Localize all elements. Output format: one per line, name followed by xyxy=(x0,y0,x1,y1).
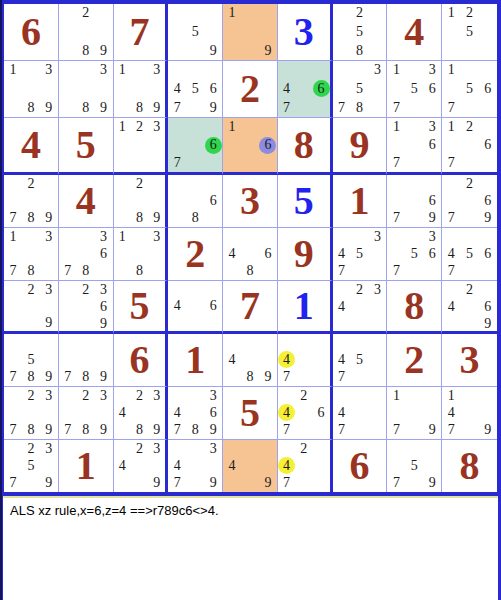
candidate-digit: 9 xyxy=(205,99,222,116)
candidate-digit: 2 xyxy=(351,5,368,22)
candidate-8: 8 xyxy=(22,422,40,439)
candidate-grid: 346789 xyxy=(168,387,222,439)
cell-r3c5[interactable]: 16 xyxy=(223,118,278,175)
given-digit: 4 xyxy=(387,4,441,60)
candidate-3: 3 xyxy=(204,440,222,457)
candidate-8: 8 xyxy=(241,369,259,386)
candidate-digit: 1 xyxy=(114,62,131,79)
candidate-digit: 7 xyxy=(4,475,21,492)
candidate-9: 9 xyxy=(95,98,113,117)
candidate-digit: 9 xyxy=(479,422,496,439)
candidate-digit: 7 xyxy=(59,369,76,386)
candidate-2: 2 xyxy=(22,175,40,192)
candidate-7: 7 xyxy=(333,422,351,439)
cell-r1c1[interactable]: 6 xyxy=(4,4,59,61)
given-digit: 2 xyxy=(387,334,441,386)
candidate-8: 8 xyxy=(351,98,369,117)
candidate-6: 6 xyxy=(95,298,113,315)
candidate-1: 1 xyxy=(4,61,22,80)
candidate-digit: 8 xyxy=(22,99,39,116)
candidate-8: 8 xyxy=(186,210,204,227)
candidate-digit: 7 xyxy=(278,422,295,439)
cell-r6c5[interactable]: 7 xyxy=(223,281,278,334)
cell-r4c4[interactable]: 68 xyxy=(168,175,223,228)
candidate-3: 3 xyxy=(40,440,58,457)
candidate-digit: 9 xyxy=(479,315,496,332)
candidate-digit: 7 xyxy=(4,210,21,227)
candidate-digit: 6 xyxy=(479,245,496,262)
candidate-9: 9 xyxy=(204,422,222,439)
cell-r6c9[interactable]: 2469 xyxy=(442,281,497,334)
candidate-8: 8 xyxy=(22,369,40,386)
candidate-8: 8 xyxy=(77,98,95,117)
cell-r5c1[interactable]: 1378 xyxy=(4,228,59,281)
candidate-digit: 6 xyxy=(95,298,112,315)
candidate-digit: 2 xyxy=(351,281,368,298)
cell-r5c6[interactable]: 9 xyxy=(278,228,333,281)
entered-digit: 1 xyxy=(278,281,330,331)
given-digit: 2 xyxy=(168,228,222,280)
candidate-grid: 3678 xyxy=(59,228,113,280)
candidate-digit: 3 xyxy=(40,387,57,404)
candidate-8: 8 xyxy=(22,210,40,227)
candidate-digit: 5 xyxy=(461,245,478,262)
candidate-6-green-circle: 6 xyxy=(312,80,329,99)
candidate-3: 3 xyxy=(369,61,387,80)
candidate-digit: 5 xyxy=(461,23,478,40)
candidate-digit: 5 xyxy=(22,457,39,474)
cell-r6c3[interactable]: 5 xyxy=(114,281,169,334)
cell-r1c6[interactable]: 3 xyxy=(278,4,333,61)
candidate-digit: 7 xyxy=(443,422,460,439)
candidate-7: 7 xyxy=(59,422,77,439)
candidate-grid: 679 xyxy=(387,175,441,227)
candidate-digit: 2 xyxy=(131,175,148,192)
given-digit: 8 xyxy=(278,118,330,172)
candidate-digit: 9 xyxy=(95,42,112,59)
candidate-digit: 4 xyxy=(443,404,460,421)
candidate-digit: 4 xyxy=(278,80,295,97)
candidate-grid: 1267 xyxy=(442,118,497,172)
candidate-grid: 49 xyxy=(223,440,277,492)
cell-r4c2[interactable]: 4 xyxy=(59,175,114,228)
candidate-3: 3 xyxy=(148,440,165,457)
candidate-7: 7 xyxy=(168,154,186,172)
candidate-5: 5 xyxy=(351,23,369,42)
cell-r9c9[interactable]: 8 xyxy=(442,440,497,492)
candidate-grid: 68 xyxy=(168,175,222,227)
candidate-digit: 3 xyxy=(95,387,112,404)
cell-r2c8[interactable]: 13567 xyxy=(387,61,442,118)
cell-r8c1[interactable]: 23789 xyxy=(4,387,59,440)
candidate-7: 7 xyxy=(442,98,460,117)
candidate-digit: 7 xyxy=(4,263,21,280)
candidate-digit: 3 xyxy=(424,62,441,79)
candidate-grid: 23579 xyxy=(4,440,58,492)
given-digit: 5 xyxy=(59,118,113,172)
candidate-4: 4 xyxy=(168,457,186,474)
candidate-digit: 8 xyxy=(241,263,258,280)
yellow-highlight-circle: 4 xyxy=(278,404,295,421)
candidate-5: 5 xyxy=(460,245,478,262)
candidate-8: 8 xyxy=(77,422,95,439)
given-digit: 7 xyxy=(114,4,166,60)
candidate-7: 7 xyxy=(4,263,22,280)
cell-r2c7[interactable]: 3578 xyxy=(333,61,388,118)
candidate-digit: 9 xyxy=(40,314,57,331)
cell-r6c7[interactable]: 234 xyxy=(333,281,388,334)
candidate-8: 8 xyxy=(77,369,95,386)
candidate-digit: 7 xyxy=(333,263,350,280)
candidate-digit: 9 xyxy=(95,315,112,332)
candidate-grid: 247 xyxy=(278,440,330,492)
candidate-grid: 1378 xyxy=(4,228,58,280)
window-left-edge xyxy=(0,0,2,600)
candidate-5: 5 xyxy=(22,457,40,474)
candidate-3: 3 xyxy=(423,61,441,80)
candidate-digit: 9 xyxy=(148,99,165,116)
candidate-grid: 489 xyxy=(223,334,277,386)
candidate-2: 2 xyxy=(351,281,369,298)
candidate-grid: 789 xyxy=(59,334,113,386)
cell-r7c5[interactable]: 489 xyxy=(223,334,278,387)
candidate-digit: 8 xyxy=(77,99,94,116)
candidate-digit: 7 xyxy=(333,99,350,116)
cell-r7c7[interactable]: 457 xyxy=(333,334,388,387)
candidate-grid: 138 xyxy=(114,228,166,280)
candidate-digit: 2 xyxy=(461,119,478,136)
cell-r7c8[interactable]: 2 xyxy=(387,334,442,387)
candidate-3: 3 xyxy=(423,228,441,245)
cell-r5c2[interactable]: 3678 xyxy=(59,228,114,281)
candidate-9: 9 xyxy=(40,475,58,492)
candidate-digit: 2 xyxy=(295,387,312,404)
cell-r7c4[interactable]: 1 xyxy=(168,334,223,387)
candidate-digit: 9 xyxy=(259,369,276,386)
candidate-4-yellow-circle: 4 xyxy=(278,404,295,421)
cell-r7c2[interactable]: 789 xyxy=(59,334,114,387)
cell-r8c3[interactable]: 23489 xyxy=(114,387,169,440)
candidate-digit: 3 xyxy=(205,440,222,457)
given-digit: 1 xyxy=(59,440,113,492)
candidate-digit: 5 xyxy=(187,23,204,40)
candidate-7: 7 xyxy=(333,98,351,117)
cell-r5c3[interactable]: 138 xyxy=(114,228,169,281)
candidate-digit: 3 xyxy=(148,440,165,457)
cell-r7c9[interactable]: 3 xyxy=(442,334,497,387)
candidate-8: 8 xyxy=(131,422,148,439)
candidate-3: 3 xyxy=(95,61,113,80)
candidate-digit: 6 xyxy=(313,404,330,421)
cell-r8c9[interactable]: 1479 xyxy=(442,387,497,440)
candidate-digit: 1 xyxy=(443,5,460,22)
candidate-9: 9 xyxy=(479,315,497,332)
cell-r3c1[interactable]: 4 xyxy=(4,118,59,175)
cell-r1c5[interactable]: 19 xyxy=(223,4,278,61)
given-digit: 6 xyxy=(4,4,58,60)
candidate-digit: 1 xyxy=(114,119,131,136)
cell-r7c1[interactable]: 5789 xyxy=(4,334,59,387)
candidate-3: 3 xyxy=(148,228,165,245)
cell-r4c5[interactable]: 3 xyxy=(223,175,278,228)
candidate-2: 2 xyxy=(131,440,148,457)
cell-r2c6[interactable]: 467 xyxy=(278,61,333,118)
candidate-3: 3 xyxy=(369,228,387,245)
candidate-digit: 6 xyxy=(205,192,222,209)
candidate-8: 8 xyxy=(351,41,369,60)
candidate-8: 8 xyxy=(241,263,259,280)
candidate-4: 4 xyxy=(223,351,241,368)
candidate-digit: 4 xyxy=(114,457,131,474)
candidate-digit: 9 xyxy=(148,422,165,439)
candidate-6: 6 xyxy=(95,245,113,262)
candidate-3: 3 xyxy=(40,387,58,404)
cell-r8c4[interactable]: 346789 xyxy=(168,387,223,440)
cell-r3c3[interactable]: 123 xyxy=(114,118,169,175)
cell-r5c7[interactable]: 3457 xyxy=(333,228,388,281)
cell-r9c2[interactable]: 1 xyxy=(59,440,114,492)
cell-r8c5[interactable]: 5 xyxy=(223,387,278,440)
given-digit: 6 xyxy=(333,440,387,492)
candidate-grid: 59 xyxy=(168,4,222,60)
candidate-digit: 9 xyxy=(259,42,276,59)
candidate-1: 1 xyxy=(442,4,460,23)
cell-r2c4[interactable]: 45679 xyxy=(168,61,223,118)
candidate-grid: 3578 xyxy=(333,61,387,117)
candidate-digit: 7 xyxy=(4,369,21,386)
cell-r8c7[interactable]: 47 xyxy=(333,387,388,440)
candidate-3: 3 xyxy=(148,118,165,136)
candidate-2: 2 xyxy=(460,175,478,192)
candidate-digit: 1 xyxy=(4,228,21,245)
candidate-9: 9 xyxy=(423,210,441,227)
cell-r5c4[interactable]: 2 xyxy=(168,228,223,281)
cell-r3c4[interactable]: 67 xyxy=(168,118,223,175)
cell-r6c4[interactable]: 46 xyxy=(168,281,223,334)
candidate-4: 4 xyxy=(442,245,460,262)
candidate-8: 8 xyxy=(131,263,148,280)
cell-r6c6[interactable]: 1 xyxy=(278,281,333,334)
candidate-digit: 9 xyxy=(148,475,165,492)
candidate-4: 4 xyxy=(442,404,460,421)
given-digit: 3 xyxy=(442,334,497,386)
cell-r9c6[interactable]: 247 xyxy=(278,440,333,492)
candidate-1: 1 xyxy=(114,61,131,80)
candidate-grid: 389 xyxy=(59,61,113,117)
candidate-9: 9 xyxy=(148,210,165,227)
candidate-8: 8 xyxy=(186,422,204,439)
cell-r8c6[interactable]: 2467 xyxy=(278,387,333,440)
candidate-9: 9 xyxy=(40,369,58,386)
candidate-4: 4 xyxy=(168,80,186,99)
cell-r1c9[interactable]: 125 xyxy=(442,4,497,61)
candidate-1: 1 xyxy=(387,61,405,80)
candidate-digit: 5 xyxy=(351,245,368,262)
candidate-digit: 8 xyxy=(187,210,204,227)
candidate-digit: 3 xyxy=(148,62,165,79)
given-digit: 3 xyxy=(223,175,277,227)
cell-r4c7[interactable]: 1 xyxy=(333,175,388,228)
candidate-3: 3 xyxy=(369,281,387,298)
candidate-4: 4 xyxy=(442,298,460,315)
candidate-digit: 2 xyxy=(77,387,94,404)
cell-r8c2[interactable]: 23789 xyxy=(59,387,114,440)
cell-r6c1[interactable]: 239 xyxy=(4,281,59,334)
cell-r2c2[interactable]: 389 xyxy=(59,61,114,118)
cell-r9c7[interactable]: 6 xyxy=(333,440,388,492)
candidate-digit: 6 xyxy=(95,245,112,262)
candidate-digit: 7 xyxy=(278,475,295,492)
cell-r2c3[interactable]: 1389 xyxy=(114,61,169,118)
candidate-digit: 4 xyxy=(169,457,186,474)
candidate-digit: 4 xyxy=(224,351,241,368)
candidate-7: 7 xyxy=(442,422,460,439)
candidate-grid: 179 xyxy=(387,387,441,439)
candidate-digit: 2 xyxy=(295,440,312,457)
candidate-6: 6 xyxy=(479,245,497,262)
candidate-7: 7 xyxy=(387,154,405,172)
candidate-digit: 1 xyxy=(388,62,405,79)
cell-r3c7[interactable]: 9 xyxy=(333,118,388,175)
candidate-grid: 23489 xyxy=(114,387,166,439)
candidate-5: 5 xyxy=(351,245,369,262)
cell-r1c4[interactable]: 59 xyxy=(168,4,223,61)
cell-r3c9[interactable]: 1267 xyxy=(442,118,497,175)
candidate-3: 3 xyxy=(148,61,165,80)
candidate-3: 3 xyxy=(204,387,222,404)
candidate-grid: 2789 xyxy=(4,175,58,227)
candidate-digit: 3 xyxy=(40,228,57,245)
candidate-grid: 258 xyxy=(333,4,387,60)
candidate-6: 6 xyxy=(259,245,277,262)
candidate-digit: 5 xyxy=(187,80,204,97)
cell-r9c8[interactable]: 579 xyxy=(387,440,442,492)
candidate-6: 6 xyxy=(479,298,497,315)
candidate-8: 8 xyxy=(77,263,95,280)
cell-r7c6[interactable]: 47 xyxy=(278,334,333,387)
cell-r9c3[interactable]: 2349 xyxy=(114,440,169,492)
candidate-9: 9 xyxy=(204,98,222,117)
candidate-grid: 23789 xyxy=(59,387,113,439)
cell-r4c6[interactable]: 5 xyxy=(278,175,333,228)
cell-r4c9[interactable]: 2679 xyxy=(442,175,497,228)
candidate-digit: 7 xyxy=(169,475,186,492)
candidate-9: 9 xyxy=(40,314,58,331)
candidate-digit: 5 xyxy=(406,80,423,97)
candidate-9: 9 xyxy=(148,475,165,492)
cell-r4c3[interactable]: 289 xyxy=(114,175,169,228)
candidate-digit: 4 xyxy=(443,298,460,315)
candidate-1: 1 xyxy=(387,118,405,136)
cell-r6c8[interactable]: 8 xyxy=(387,281,442,334)
cell-r5c5[interactable]: 468 xyxy=(223,228,278,281)
cell-r1c3[interactable]: 7 xyxy=(114,4,169,61)
candidate-digit: 7 xyxy=(169,155,186,172)
candidate-3: 3 xyxy=(423,118,441,136)
cell-r3c2[interactable]: 5 xyxy=(59,118,114,175)
cell-r2c9[interactable]: 1567 xyxy=(442,61,497,118)
cell-r4c8[interactable]: 679 xyxy=(387,175,442,228)
candidate-digit: 7 xyxy=(388,475,405,492)
candidate-4: 4 xyxy=(114,404,131,421)
cell-r4c1[interactable]: 2789 xyxy=(4,175,59,228)
candidate-digit: 6 xyxy=(424,192,441,209)
candidate-9: 9 xyxy=(479,210,497,227)
cell-r2c1[interactable]: 1389 xyxy=(4,61,59,118)
candidate-8: 8 xyxy=(22,263,40,280)
candidate-grid: 234 xyxy=(333,281,387,331)
cell-r3c6[interactable]: 8 xyxy=(278,118,333,175)
cell-r8c8[interactable]: 179 xyxy=(387,387,442,440)
cell-r9c1[interactable]: 23579 xyxy=(4,440,59,492)
candidate-grid: 3457 xyxy=(333,228,387,280)
cell-r1c7[interactable]: 258 xyxy=(333,4,388,61)
candidate-digit: 9 xyxy=(424,422,441,439)
candidate-7: 7 xyxy=(333,369,351,386)
candidate-digit: 4 xyxy=(224,457,241,474)
candidate-1: 1 xyxy=(4,228,22,245)
candidate-digit: 7 xyxy=(59,422,76,439)
candidate-grid: 579 xyxy=(387,440,441,492)
cell-r1c2[interactable]: 289 xyxy=(59,4,114,61)
candidate-grid: 239 xyxy=(4,281,58,331)
candidate-digit: 8 xyxy=(131,99,148,116)
candidate-digit: 9 xyxy=(479,210,496,227)
cell-r2c5[interactable]: 2 xyxy=(223,61,278,118)
candidate-5: 5 xyxy=(405,457,423,474)
candidate-digit: 1 xyxy=(224,119,241,136)
cell-r9c5[interactable]: 49 xyxy=(223,440,278,492)
cell-r3c8[interactable]: 1367 xyxy=(387,118,442,175)
candidate-8: 8 xyxy=(22,98,40,117)
candidate-digit: 4 xyxy=(333,351,350,368)
given-digit: 9 xyxy=(333,118,387,172)
cell-r6c2[interactable]: 2369 xyxy=(59,281,114,334)
candidate-9: 9 xyxy=(40,98,58,117)
candidate-digit: 8 xyxy=(77,42,94,59)
candidate-4: 4 xyxy=(223,457,241,474)
candidate-grid: 1479 xyxy=(442,387,497,439)
cell-r1c8[interactable]: 4 xyxy=(387,4,442,61)
candidate-7: 7 xyxy=(168,98,186,117)
candidate-1: 1 xyxy=(442,61,460,80)
candidate-digit: 8 xyxy=(351,42,368,59)
candidate-9: 9 xyxy=(479,422,497,439)
candidate-2: 2 xyxy=(131,118,148,136)
candidate-7: 7 xyxy=(4,475,22,492)
candidate-3: 3 xyxy=(95,281,113,298)
cell-r9c4[interactable]: 3479 xyxy=(168,440,223,492)
candidate-grid: 23789 xyxy=(4,387,58,439)
cell-r7c3[interactable]: 6 xyxy=(114,334,169,387)
candidate-1: 1 xyxy=(223,118,241,136)
candidate-1: 1 xyxy=(223,4,241,23)
cell-r5c9[interactable]: 4567 xyxy=(442,228,497,281)
candidate-digit: 6 xyxy=(424,80,441,97)
candidate-6: 6 xyxy=(204,404,222,421)
candidate-4: 4 xyxy=(114,457,131,474)
cell-r5c8[interactable]: 3567 xyxy=(387,228,442,281)
candidate-digit: 1 xyxy=(388,119,405,136)
candidate-grid: 4567 xyxy=(442,228,497,280)
candidate-digit: 4 xyxy=(333,404,350,421)
candidate-digit: 7 xyxy=(333,369,350,386)
candidate-digit: 3 xyxy=(369,228,386,245)
candidate-digit: 7 xyxy=(278,369,295,386)
candidate-digit: 7 xyxy=(278,99,295,116)
candidate-5: 5 xyxy=(186,23,204,42)
candidate-digit: 7 xyxy=(443,99,460,116)
